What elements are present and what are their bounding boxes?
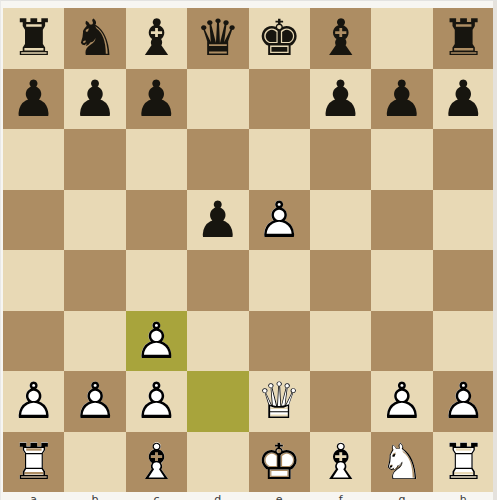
square-d5[interactable]: ♟ <box>187 190 248 251</box>
piece-white-rook: ♜♖ <box>3 432 64 493</box>
square-c7[interactable]: ♟ <box>126 69 187 130</box>
square-a2[interactable]: ♟♙ <box>3 371 64 432</box>
piece-white-queen: ♛♕ <box>249 371 310 432</box>
square-d1[interactable] <box>187 432 248 493</box>
square-b7[interactable]: ♟ <box>64 69 125 130</box>
square-c1[interactable]: ♝♗ <box>126 432 187 493</box>
piece-black-queen: ♛ <box>187 8 248 69</box>
piece-black-pawn: ♟ <box>310 69 371 130</box>
square-f8[interactable]: ♝ <box>310 8 371 69</box>
square-g2[interactable]: ♟♙ <box>371 371 432 432</box>
piece-black-pawn: ♟ <box>64 69 125 130</box>
piece-black-king: ♚ <box>249 8 310 69</box>
square-e6[interactable] <box>249 129 310 190</box>
square-e3[interactable] <box>249 311 310 372</box>
piece-black-rook: ♜ <box>3 8 64 69</box>
square-e4[interactable] <box>249 250 310 311</box>
square-d6[interactable] <box>187 129 248 190</box>
piece-white-pawn: ♟♙ <box>126 371 187 432</box>
square-h5[interactable] <box>433 190 494 251</box>
file-label-e: e <box>249 494 310 500</box>
square-c2[interactable]: ♟♙ <box>126 371 187 432</box>
square-e5[interactable]: ♟♙ <box>249 190 310 251</box>
square-c8[interactable]: ♝ <box>126 8 187 69</box>
square-g3[interactable] <box>371 311 432 372</box>
square-a8[interactable]: ♜ <box>3 8 64 69</box>
square-f7[interactable]: ♟ <box>310 69 371 130</box>
square-g8[interactable] <box>371 8 432 69</box>
square-b3[interactable] <box>64 311 125 372</box>
square-h6[interactable] <box>433 129 494 190</box>
piece-white-pawn: ♟♙ <box>433 371 494 432</box>
square-c6[interactable] <box>126 129 187 190</box>
square-a3[interactable] <box>3 311 64 372</box>
square-d8[interactable]: ♛ <box>187 8 248 69</box>
square-f1[interactable]: ♝♗ <box>310 432 371 493</box>
piece-black-bishop: ♝ <box>126 8 187 69</box>
square-g7[interactable]: ♟ <box>371 69 432 130</box>
piece-black-pawn: ♟ <box>126 69 187 130</box>
square-f5[interactable] <box>310 190 371 251</box>
square-d2[interactable] <box>187 371 248 432</box>
piece-black-pawn: ♟ <box>3 69 64 130</box>
square-g6[interactable] <box>371 129 432 190</box>
piece-black-bishop: ♝ <box>310 8 371 69</box>
file-label-c: c <box>126 494 187 500</box>
square-h4[interactable] <box>433 250 494 311</box>
square-d3[interactable] <box>187 311 248 372</box>
square-c3[interactable]: ♟♙ <box>126 311 187 372</box>
square-h8[interactable]: ♜ <box>433 8 494 69</box>
piece-white-pawn: ♟♙ <box>371 371 432 432</box>
square-f3[interactable] <box>310 311 371 372</box>
square-b6[interactable] <box>64 129 125 190</box>
square-a4[interactable] <box>3 250 64 311</box>
square-d4[interactable] <box>187 250 248 311</box>
board-frame: ♜♞♝♛♚♝♜♟♟♟♟♟♟♟♟♙♟♙♟♙♟♙♟♙♛♕♟♙♟♙♜♖♝♗♚♔♝♗♞♘… <box>0 0 497 500</box>
piece-black-pawn: ♟ <box>187 190 248 251</box>
square-g1[interactable]: ♞♘ <box>371 432 432 493</box>
square-b5[interactable] <box>64 190 125 251</box>
square-b1[interactable] <box>64 432 125 493</box>
file-coordinates: abcdefgh <box>3 494 494 500</box>
file-label-d: d <box>187 494 248 500</box>
piece-white-king: ♚♔ <box>249 432 310 493</box>
square-f2[interactable] <box>310 371 371 432</box>
piece-black-pawn: ♟ <box>371 69 432 130</box>
square-h2[interactable]: ♟♙ <box>433 371 494 432</box>
right-margin-strip <box>493 1 497 500</box>
piece-white-pawn: ♟♙ <box>249 190 310 251</box>
square-b4[interactable] <box>64 250 125 311</box>
piece-black-rook: ♜ <box>433 8 494 69</box>
file-label-f: f <box>310 494 371 500</box>
square-a1[interactable]: ♜♖ <box>3 432 64 493</box>
square-h7[interactable]: ♟ <box>433 69 494 130</box>
file-label-b: b <box>64 494 125 500</box>
piece-white-pawn: ♟♙ <box>3 371 64 432</box>
square-e1[interactable]: ♚♔ <box>249 432 310 493</box>
square-a6[interactable] <box>3 129 64 190</box>
square-g5[interactable] <box>371 190 432 251</box>
square-a7[interactable]: ♟ <box>3 69 64 130</box>
square-e2[interactable]: ♛♕ <box>249 371 310 432</box>
square-g4[interactable] <box>371 250 432 311</box>
square-e8[interactable]: ♚ <box>249 8 310 69</box>
square-f4[interactable] <box>310 250 371 311</box>
piece-black-pawn: ♟ <box>433 69 494 130</box>
file-label-h: h <box>433 494 494 500</box>
piece-white-knight: ♞♘ <box>371 432 432 493</box>
chess-board: ♜♞♝♛♚♝♜♟♟♟♟♟♟♟♟♙♟♙♟♙♟♙♟♙♛♕♟♙♟♙♜♖♝♗♚♔♝♗♞♘… <box>3 8 494 492</box>
file-label-g: g <box>371 494 432 500</box>
square-c4[interactable] <box>126 250 187 311</box>
square-b2[interactable]: ♟♙ <box>64 371 125 432</box>
piece-white-rook: ♜♖ <box>433 432 494 493</box>
file-label-a: a <box>3 494 64 500</box>
piece-white-pawn: ♟♙ <box>126 311 187 372</box>
piece-black-knight: ♞ <box>64 8 125 69</box>
square-h1[interactable]: ♜♖ <box>433 432 494 493</box>
square-b8[interactable]: ♞ <box>64 8 125 69</box>
piece-white-pawn: ♟♙ <box>64 371 125 432</box>
piece-white-bishop: ♝♗ <box>310 432 371 493</box>
square-a5[interactable] <box>3 190 64 251</box>
square-f6[interactable] <box>310 129 371 190</box>
square-h3[interactable] <box>433 311 494 372</box>
piece-white-bishop: ♝♗ <box>126 432 187 493</box>
square-e7[interactable] <box>249 69 310 130</box>
square-d7[interactable] <box>187 69 248 130</box>
square-c5[interactable] <box>126 190 187 251</box>
